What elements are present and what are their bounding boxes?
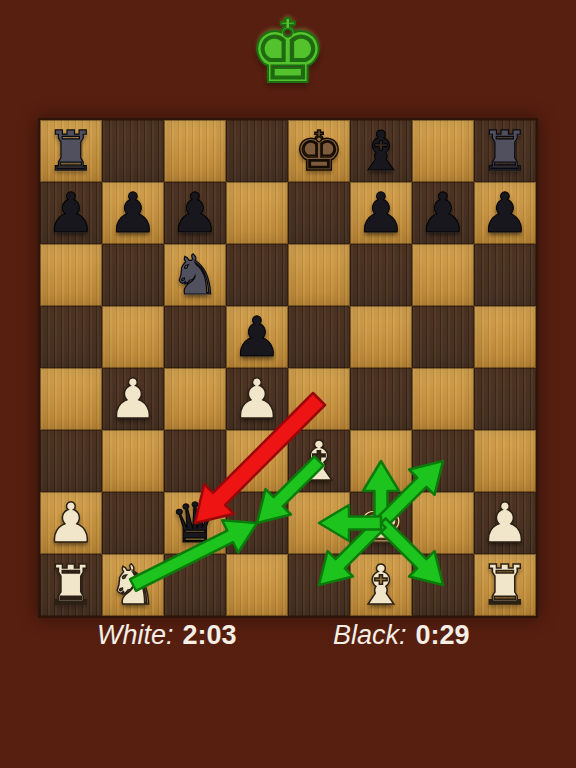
piece-black-queen-c2[interactable]: ♛ xyxy=(164,492,226,554)
square-h5[interactable] xyxy=(474,306,536,368)
square-b2[interactable] xyxy=(102,492,164,554)
board-grid: ♜♚♝♜♟♟♟♟♟♟♞♟♟♟♝♟♛♚♟♜♞♝♜ xyxy=(40,120,536,616)
toolbar: ▶ ⚙ ↻ ↩ ? xyxy=(0,700,576,768)
square-f8[interactable]: ♝ xyxy=(350,120,412,182)
square-a1[interactable]: ♜ xyxy=(40,554,102,616)
square-f1[interactable]: ♝ xyxy=(350,554,412,616)
piece-black-pawn-f7[interactable]: ♟ xyxy=(350,182,412,244)
black-clock-label: Black: xyxy=(333,620,407,650)
square-h3[interactable] xyxy=(474,430,536,492)
square-h6[interactable] xyxy=(474,244,536,306)
square-c5[interactable] xyxy=(164,306,226,368)
piece-white-pawn-d4[interactable]: ♟ xyxy=(226,368,288,430)
square-e2[interactable] xyxy=(288,492,350,554)
piece-white-rook-a1[interactable]: ♜ xyxy=(40,554,102,616)
piece-white-pawn-h2[interactable]: ♟ xyxy=(474,492,536,554)
piece-black-pawn-a7[interactable]: ♟ xyxy=(40,182,102,244)
square-f6[interactable] xyxy=(350,244,412,306)
square-b4[interactable]: ♟ xyxy=(102,368,164,430)
square-a8[interactable]: ♜ xyxy=(40,120,102,182)
piece-white-knight-b1[interactable]: ♞ xyxy=(102,554,164,616)
square-f7[interactable]: ♟ xyxy=(350,182,412,244)
piece-black-knight-c6[interactable]: ♞ xyxy=(164,244,226,306)
piece-white-bishop-f1[interactable]: ♝ xyxy=(350,554,412,616)
square-d6[interactable] xyxy=(226,244,288,306)
white-clock: White:2:03 xyxy=(97,620,237,651)
square-g3[interactable] xyxy=(412,430,474,492)
square-b3[interactable] xyxy=(102,430,164,492)
black-clock: Black:0:29 xyxy=(333,620,470,651)
square-g2[interactable] xyxy=(412,492,474,554)
square-f3[interactable] xyxy=(350,430,412,492)
piece-black-pawn-d5[interactable]: ♟ xyxy=(226,306,288,368)
square-b1[interactable]: ♞ xyxy=(102,554,164,616)
square-e1[interactable] xyxy=(288,554,350,616)
square-h7[interactable]: ♟ xyxy=(474,182,536,244)
square-g6[interactable] xyxy=(412,244,474,306)
app-screen: ♚ ♜♚♝♜♟♟♟♟♟♟♞♟♟♟♝♟♛♚♟♜♞♝♜ White:2:03 Bla… xyxy=(0,0,576,768)
square-d8[interactable] xyxy=(226,120,288,182)
square-c3[interactable] xyxy=(164,430,226,492)
square-b8[interactable] xyxy=(102,120,164,182)
square-c8[interactable] xyxy=(164,120,226,182)
square-c1[interactable] xyxy=(164,554,226,616)
square-e8[interactable]: ♚ xyxy=(288,120,350,182)
square-g7[interactable]: ♟ xyxy=(412,182,474,244)
square-h2[interactable]: ♟ xyxy=(474,492,536,554)
square-h8[interactable]: ♜ xyxy=(474,120,536,182)
chess-board: ♜♚♝♜♟♟♟♟♟♟♞♟♟♟♝♟♛♚♟♜♞♝♜ xyxy=(38,118,538,618)
square-h4[interactable] xyxy=(474,368,536,430)
piece-black-pawn-g7[interactable]: ♟ xyxy=(412,182,474,244)
piece-black-rook-h8[interactable]: ♜ xyxy=(474,120,536,182)
square-e5[interactable] xyxy=(288,306,350,368)
square-a7[interactable]: ♟ xyxy=(40,182,102,244)
square-d5[interactable]: ♟ xyxy=(226,306,288,368)
square-g1[interactable] xyxy=(412,554,474,616)
piece-black-bishop-f8[interactable]: ♝ xyxy=(350,120,412,182)
square-e7[interactable] xyxy=(288,182,350,244)
square-a4[interactable] xyxy=(40,368,102,430)
square-c6[interactable]: ♞ xyxy=(164,244,226,306)
square-g4[interactable] xyxy=(412,368,474,430)
square-a5[interactable] xyxy=(40,306,102,368)
piece-black-pawn-b7[interactable]: ♟ xyxy=(102,182,164,244)
square-d4[interactable]: ♟ xyxy=(226,368,288,430)
piece-white-pawn-a2[interactable]: ♟ xyxy=(40,492,102,554)
square-g5[interactable] xyxy=(412,306,474,368)
square-a2[interactable]: ♟ xyxy=(40,492,102,554)
turn-indicator: ♚ xyxy=(0,2,576,102)
square-d3[interactable] xyxy=(226,430,288,492)
piece-black-rook-a8[interactable]: ♜ xyxy=(40,120,102,182)
piece-black-pawn-h7[interactable]: ♟ xyxy=(474,182,536,244)
white-clock-time: 2:03 xyxy=(183,620,237,650)
green-king-icon: ♚ xyxy=(249,0,328,103)
piece-white-rook-h1[interactable]: ♜ xyxy=(474,554,536,616)
square-a6[interactable] xyxy=(40,244,102,306)
square-b7[interactable]: ♟ xyxy=(102,182,164,244)
square-d1[interactable] xyxy=(226,554,288,616)
square-b5[interactable] xyxy=(102,306,164,368)
square-e6[interactable] xyxy=(288,244,350,306)
piece-black-king-e8[interactable]: ♚ xyxy=(288,120,350,182)
square-c2[interactable]: ♛ xyxy=(164,492,226,554)
square-c4[interactable] xyxy=(164,368,226,430)
piece-white-pawn-b4[interactable]: ♟ xyxy=(102,368,164,430)
white-clock-label: White: xyxy=(97,620,174,650)
square-a3[interactable] xyxy=(40,430,102,492)
square-d2[interactable] xyxy=(226,492,288,554)
square-f2[interactable]: ♚ xyxy=(350,492,412,554)
black-clock-time: 0:29 xyxy=(416,620,470,650)
piece-black-pawn-c7[interactable]: ♟ xyxy=(164,182,226,244)
piece-white-king-f2[interactable]: ♚ xyxy=(350,492,412,554)
square-f4[interactable] xyxy=(350,368,412,430)
square-g8[interactable] xyxy=(412,120,474,182)
square-d7[interactable] xyxy=(226,182,288,244)
square-b6[interactable] xyxy=(102,244,164,306)
square-c7[interactable]: ♟ xyxy=(164,182,226,244)
square-h1[interactable]: ♜ xyxy=(474,554,536,616)
clock-row: White:2:03 Black:0:29 xyxy=(0,620,576,656)
square-e3[interactable]: ♝ xyxy=(288,430,350,492)
square-f5[interactable] xyxy=(350,306,412,368)
square-e4[interactable] xyxy=(288,368,350,430)
piece-white-bishop-e3[interactable]: ♝ xyxy=(288,430,350,492)
